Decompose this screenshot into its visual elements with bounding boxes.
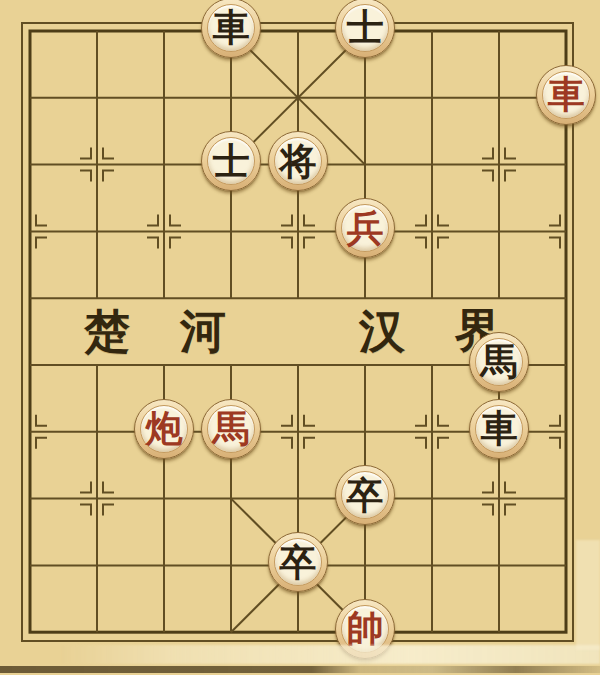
piece-red-cannon-1[interactable]: 炮 [134,399,194,459]
piece-black-advisor-2[interactable]: 士 [201,131,261,191]
piece-glyph: 車 [213,9,250,46]
piece-red-general[interactable]: 帥 [335,599,395,659]
piece-glyph: 馬 [213,410,250,447]
piece-glyph: 将 [280,143,317,180]
piece-glyph: 帥 [347,610,384,647]
piece-red-chariot-1[interactable]: 車 [536,65,596,125]
piece-glyph: 士 [347,9,384,46]
piece-glyph: 兵 [347,210,384,247]
piece-black-horse-1[interactable]: 馬 [469,332,529,392]
piece-black-soldier-1[interactable]: 卒 [335,465,395,525]
piece-glyph: 車 [548,76,585,113]
piece-glyph: 車 [481,410,518,447]
piece-black-soldier-2[interactable]: 卒 [268,532,328,592]
piece-layer[interactable]: 車士車士将兵馬炮馬車卒卒帥 [0,0,600,665]
piece-black-chariot-1[interactable]: 車 [201,0,261,58]
piece-glyph: 士 [213,143,250,180]
piece-red-soldier-1[interactable]: 兵 [335,198,395,258]
xiangqi-game-screen: 楚 河 汉 界 車士車士将兵馬炮馬車卒卒帥 [0,0,600,675]
piece-glyph: 卒 [280,544,317,581]
piece-black-chariot-2[interactable]: 車 [469,399,529,459]
piece-glyph: 炮 [146,410,183,447]
piece-black-general[interactable]: 将 [268,131,328,191]
piece-glyph: 馬 [481,343,518,380]
piece-black-advisor-1[interactable]: 士 [335,0,395,58]
piece-glyph: 卒 [347,477,384,514]
piece-red-horse-1[interactable]: 馬 [201,399,261,459]
